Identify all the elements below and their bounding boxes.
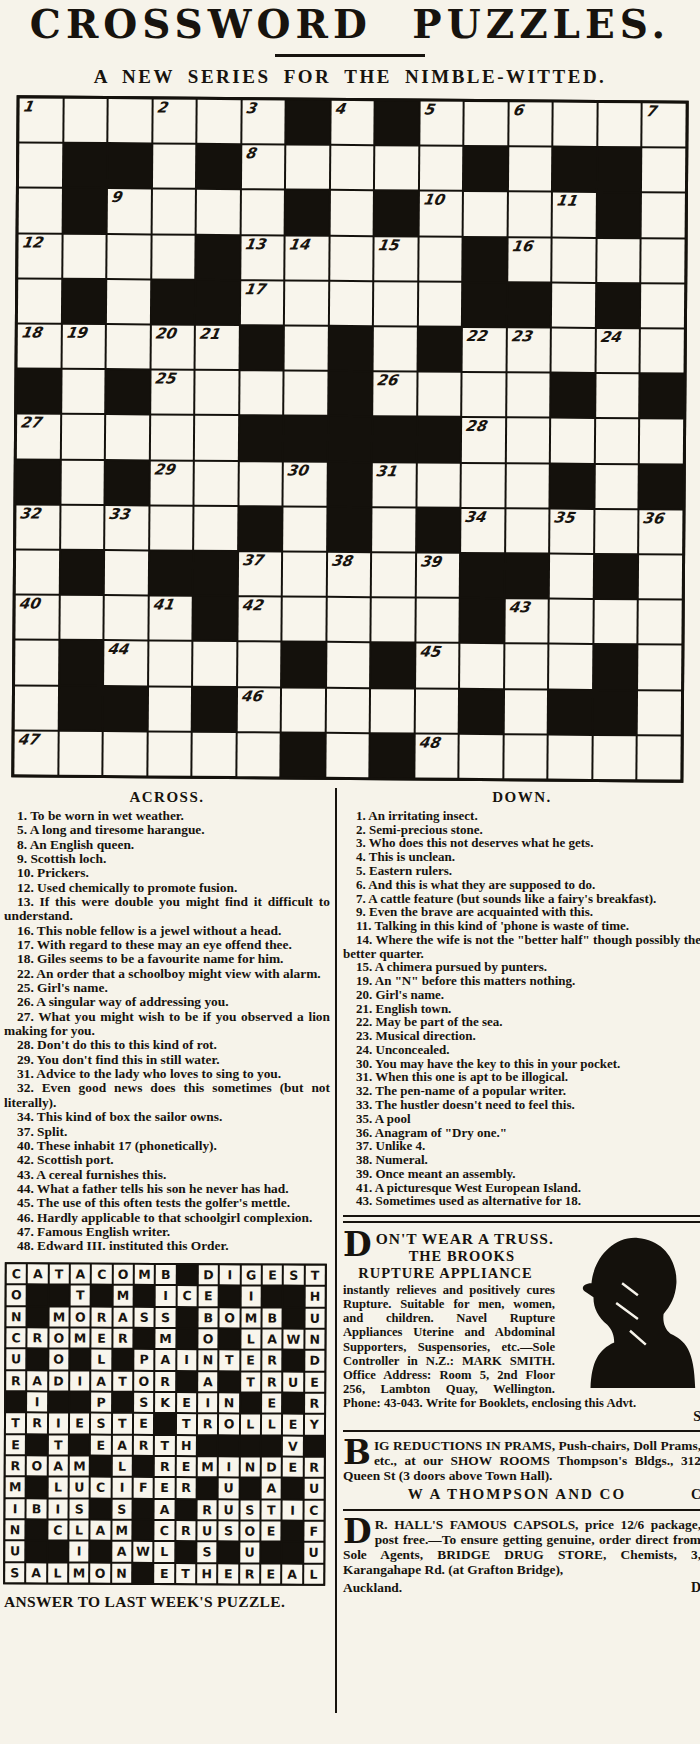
clue-across-29: 29. You don't find this in still water. [4,1053,330,1067]
sol-cell-r5c10: N [198,1350,217,1369]
sol-cell-r6c12: T [241,1372,260,1391]
clue-across-8: 8. An English queen. [4,838,330,852]
solution-letter: O [49,1349,68,1368]
sol-cell-r15c15: L [304,1564,323,1583]
main-cell-r1c13 [554,103,597,147]
sol-cell-r3c5: R [92,1307,111,1326]
sol-cell-r4c11 [220,1329,239,1348]
sol-cell-r3c12: M [241,1308,260,1327]
sol-cell-r2c2 [28,1285,47,1304]
sol-cell-r14c9 [176,1542,195,1561]
sol-cell-r14c12: U [240,1542,259,1561]
ads-top-rule [343,1215,700,1223]
clue-number-20: 20 [153,325,176,342]
ad-capsols-lastline: Auckland. [343,1580,402,1596]
sol-cell-r1c13: E [263,1265,282,1284]
solution-letter: R [198,1499,217,1518]
clue-across-31: 31. Advice to the lady who loves to sing… [4,1067,330,1081]
main-cell-r6c15 [641,329,684,373]
clue-number-48: 48 [417,734,440,751]
main-cell-r2c2 [64,144,107,188]
clue-across-31-number: 31. [17,1066,34,1081]
main-cell-r6c2: 19 [62,325,105,369]
sol-cell-r12c2: B [27,1499,46,1518]
solution-letter: T [262,1500,281,1519]
solution-letter: K [155,1393,174,1412]
clue-number-21: 21 [198,326,221,343]
clue-across-26: 26. A singular way of addressing you. [4,995,330,1009]
main-cell-r8c5 [195,416,238,460]
main-cell-r5c2 [62,279,105,323]
sol-cell-r12c13: T [262,1500,281,1519]
solution-letter: O [49,1328,68,1347]
sol-cell-r6c3: D [49,1371,68,1390]
sol-cell-r11c14 [283,1479,302,1498]
solution-letter: R [262,1350,281,1369]
clue-across-44-number: 44. [17,1181,34,1196]
main-cell-r15c8 [326,734,369,778]
main-cell-r14c2 [59,686,102,730]
clue-number-37: 37 [240,552,263,569]
main-cell-r2c9 [375,146,418,190]
sol-cell-r2c12: I [241,1286,260,1305]
solution-letter: T [49,1264,68,1283]
solution-letter: U [305,1308,324,1327]
sol-cell-r11c4: U [70,1477,89,1496]
solution-letter: U [219,1478,238,1497]
main-cell-r4c7: 14 [285,236,328,280]
main-cell-r12c9 [372,598,415,642]
main-cell-r9c11 [462,463,505,507]
clue-down-22: 22. May be part of the sea. [343,1015,700,1029]
main-cell-r14c11 [460,689,503,733]
solution-letter: U [5,1541,24,1560]
solution-letter: E [134,1414,153,1433]
sol-cell-r5c1: U [6,1349,25,1368]
main-cell-r13c6 [238,642,281,686]
sol-cell-r2c14 [284,1287,303,1306]
sol-cell-r9c3: T [48,1435,67,1454]
clue-down-36-number: 36. [356,1125,372,1140]
main-cell-r8c12 [507,419,550,463]
main-cell-r4c5 [196,235,239,279]
solution-letter: D [49,1371,68,1390]
clue-across-5-number: 5. [17,822,27,837]
ad-truss-sig: S [343,1410,700,1424]
clue-number-30: 30 [286,462,309,479]
sol-cell-r10c8: R [155,1457,174,1476]
main-cell-r15c15 [638,736,681,780]
main-cell-r8c15 [640,420,683,464]
solution-letter: A [26,1563,45,1582]
main-cell-r14c15 [638,691,681,735]
main-cell-r14c12 [505,690,548,734]
sol-cell-r9c8: T [155,1435,174,1454]
down-header: DOWN. [343,789,700,806]
sol-cell-r6c6: T [113,1371,132,1390]
sol-cell-r3c10: B [199,1307,218,1326]
solution-letter: E [155,1478,174,1497]
solution-letter: A [262,1478,281,1497]
main-cell-r3c7 [286,191,329,235]
solution-letter: C [92,1264,111,1283]
main-cell-r6c6 [240,326,283,370]
clue-down-6: 6. And this is what they are supposed to… [343,878,700,892]
main-cell-r2c10 [420,147,463,191]
sol-cell-r12c15: C [304,1500,323,1519]
clue-number-3: 3 [244,100,257,117]
main-grid: 1234567891011121314151617181920212223242… [11,95,688,782]
main-cell-r13c4 [149,642,192,686]
solution-letter: E [241,1350,260,1369]
main-cell-r14c9 [371,689,414,733]
clue-across-37: 37. Split. [4,1125,330,1139]
sol-cell-r5c7: P [134,1350,153,1369]
solution-letter: T [305,1265,324,1284]
sol-cell-r13c4: L [69,1520,88,1539]
sol-cell-r9c2 [27,1435,46,1454]
sol-cell-r5c12: E [241,1350,260,1369]
solution-caption: ANSWER TO LAST WEEK'S PUZZLE. [4,1593,330,1611]
main-cell-r8c3 [106,415,149,459]
sol-cell-r4c14: W [284,1329,303,1348]
sol-cell-r8c7: E [134,1414,153,1433]
sol-cell-r15c12: R [240,1564,259,1583]
clue-down-14-number: 14. [356,932,372,947]
main-cell-r1c1: 1 [19,98,62,142]
clue-down-31-number: 31. [356,1069,372,1084]
main-cell-r15c5 [192,733,235,777]
main-cell-r10c8 [328,508,371,552]
solution-letter: S [112,1499,131,1518]
sol-cell-r9c11 [219,1436,238,1455]
sol-cell-r8c1: T [6,1413,25,1432]
main-cell-r3c2 [63,189,106,233]
main-cell-r5c1 [18,279,61,323]
solution-letter: E [263,1265,282,1284]
main-cell-r12c12: 43 [505,599,548,643]
sol-cell-r15c8: E [154,1563,173,1582]
clue-down-19-number: 19. [356,973,372,988]
main-cell-r11c14 [595,555,638,599]
clue-number-41: 41 [151,597,174,614]
clue-across-40: 40. These inhabit 17 (phonetically). [4,1139,330,1153]
ad-truss-line3: RUPTURE APPLIANCE [343,1265,548,1282]
sol-cell-r14c10: S [197,1542,216,1561]
main-cell-r11c3 [105,551,148,595]
main-cell-r5c3 [107,280,150,324]
clue-number-34: 34 [463,509,486,526]
sol-cell-r5c6 [113,1350,132,1369]
main-cell-r10c3: 33 [105,506,148,550]
sol-cell-r8c10: R [198,1414,217,1433]
main-cell-r14c8 [326,688,369,732]
sol-cell-r1c8: B [156,1265,175,1284]
sol-cell-r14c8: L [155,1542,174,1561]
main-cell-r6c8 [329,327,372,371]
main-cell-r9c8 [328,462,371,506]
clue-number-11: 11 [555,193,578,210]
solution-letter: M [69,1563,88,1582]
main-cell-r3c5 [197,190,240,234]
sol-cell-r4c7 [134,1328,153,1347]
solution-letter: N [198,1350,217,1369]
sol-cell-r8c3: I [49,1413,68,1432]
clue-number-46: 46 [239,688,262,705]
sol-cell-r15c7 [133,1563,152,1582]
sol-cell-r13c5: A [91,1520,110,1539]
main-cell-r7c1 [17,370,60,414]
main-cell-r12c13 [550,600,593,644]
sol-cell-r6c4: I [70,1371,89,1390]
main-cell-r9c1 [16,460,59,504]
down-column: DOWN. 1. An irritating insect.2. Semi-pr… [337,788,700,1713]
clue-across-8-number: 8. [17,837,27,852]
main-cell-r1c2 [64,99,107,143]
sol-cell-r6c11 [220,1372,239,1391]
sol-cell-r2c4: T [71,1285,90,1304]
solution-letter: E [305,1372,324,1391]
solution-letter: R [155,1457,174,1476]
clue-number-23: 23 [509,328,532,345]
sol-cell-r7c5: P [91,1392,110,1411]
ad-rule-2 [343,1509,700,1511]
across-column: ACROSS. 1. To be worn in wet weather.5. … [4,788,335,1713]
main-cell-r10c10 [417,508,460,552]
clue-across-1: 1. To be worn in wet weather. [4,809,330,823]
sol-cell-r4c2: R [28,1328,47,1347]
sol-cell-r7c14 [283,1393,302,1412]
main-cell-r4c14 [597,238,640,282]
solution-letter: E [6,1434,25,1453]
sol-cell-r8c5: S [91,1414,110,1433]
clue-number-1: 1 [21,98,34,115]
main-cell-r1c5 [197,100,240,144]
sol-cell-r8c15: Y [305,1415,324,1434]
sol-cell-r2c10: E [199,1286,218,1305]
main-cell-r11c2 [60,551,103,595]
main-cell-r2c8 [331,146,374,190]
main-cell-r15c11 [460,735,503,779]
solution-letter: E [176,1457,195,1476]
main-cell-r12c2 [60,596,103,640]
clue-down-38-number: 38. [356,1152,372,1167]
sol-cell-r15c9: T [176,1563,195,1582]
solution-letter: W [284,1329,303,1348]
main-cell-r3c13: 11 [553,193,596,237]
clue-across-22: 22. An order that a schoolboy might view… [4,967,330,981]
clue-across-10-number: 10. [17,865,34,880]
clue-down-43-number: 43. [356,1193,372,1208]
solution-letter: I [27,1392,46,1411]
clue-across-12: 12. Used chemically to promote fusion. [4,881,330,895]
main-cell-r1c8: 4 [331,101,374,145]
main-cell-r9c7: 30 [284,462,327,506]
solution-letter: H [305,1287,324,1306]
solution-letter: E [261,1521,280,1540]
main-cell-r15c9 [371,734,414,778]
sol-cell-r9c15 [304,1436,323,1455]
sol-cell-r9c12 [240,1436,259,1455]
main-cell-r4c4 [152,235,195,279]
main-cell-r2c7 [286,146,329,190]
sol-cell-r1c11: I [220,1265,239,1284]
sol-cell-r8c9: T [177,1414,196,1433]
sol-cell-r7c1 [6,1392,25,1411]
clue-down-32-number: 32. [356,1083,372,1098]
clue-number-35: 35 [552,509,575,526]
solution-letter: R [113,1328,132,1347]
sol-cell-r7c4 [70,1392,89,1411]
sol-cell-r11c13: A [262,1478,281,1497]
main-cell-r5c9 [374,282,417,326]
main-cell-r2c12 [509,147,552,191]
sol-cell-r2c11 [220,1286,239,1305]
main-cell-r1c14 [598,103,641,147]
clue-down-5-number: 5. [356,863,366,878]
solution-letter: C [6,1328,25,1347]
sol-cell-r12c10: R [198,1499,217,1518]
solution-letter: T [177,1414,196,1433]
clue-down-24: 24. Unconcealed. [343,1043,700,1057]
sol-cell-r2c15: H [305,1287,324,1306]
sol-cell-r15c11: E [218,1564,237,1583]
solution-letter: E [154,1563,173,1582]
clue-number-12: 12 [20,234,43,251]
clue-across-16: 16. This noble fellow is a jewel without… [4,924,330,938]
clue-number-2: 2 [155,99,168,116]
main-cell-r8c8 [329,417,372,461]
solution-letter: F [134,1478,153,1497]
main-cell-r2c4 [153,145,196,189]
main-cell-r3c8 [330,191,373,235]
solution-letter: E [261,1564,280,1583]
across-header: ACROSS. [4,789,330,806]
main-cell-r15c1: 47 [14,731,57,775]
clue-number-39: 39 [419,553,442,570]
sol-cell-r4c9 [177,1329,196,1348]
clue-across-34-number: 34. [17,1109,34,1124]
sol-cell-r12c12: S [240,1500,259,1519]
clue-across-48: 48. Edward III. instituted this Order. [4,1239,330,1253]
main-cell-r10c5 [194,507,237,551]
sol-cell-r11c7: F [134,1478,153,1497]
clue-down-7: 7. A cattle feature (but sounds like a f… [343,892,700,906]
sol-cell-r10c10: M [198,1457,217,1476]
solution-letter: L [48,1563,67,1582]
solution-letter: M [70,1456,89,1475]
clue-across-9-number: 9. [17,851,27,866]
solution-letter: I [69,1541,88,1560]
sol-cell-r2c7 [135,1286,154,1305]
main-cell-r4c13 [553,238,596,282]
sol-cell-r8c13: L [262,1414,281,1433]
main-cell-r13c11 [460,644,503,688]
main-cell-r9c2 [61,460,104,504]
main-cell-r15c7 [282,733,325,777]
main-cell-r3c6 [241,190,284,234]
solution-letter: R [134,1435,153,1454]
sol-cell-r3c3: M [49,1307,68,1326]
solution-letter: R [27,1413,46,1432]
man-head-silhouette-image [559,1232,700,1390]
clue-across-27: 27. What you might wish to be if you obs… [4,1010,330,1039]
sol-cell-r4c8: M [156,1329,175,1348]
sol-cell-r5c2 [28,1349,47,1368]
main-cell-r7c10 [418,373,461,417]
sol-cell-r11c2 [27,1477,46,1496]
sol-cell-r11c12 [240,1478,259,1497]
main-cell-r11c8: 38 [327,553,370,597]
ad-capsols-dropcap: D [343,1517,375,1545]
solution-letter: S [284,1265,303,1284]
solution-letter: O [219,1414,238,1433]
sol-cell-r3c15: U [305,1308,324,1327]
solution-letter: T [176,1563,195,1582]
sol-cell-r12c7 [134,1499,153,1518]
sol-cell-r10c15: R [304,1457,323,1476]
clue-down-30: 30. You may have the key to this in your… [343,1057,700,1071]
clue-across-25: 25. Girl's name. [4,981,330,995]
main-cell-r12c14 [594,600,637,644]
sol-cell-r5c13: R [262,1350,281,1369]
main-cell-r14c4 [148,687,191,731]
main-cell-r13c15 [638,646,681,690]
main-cell-r5c7 [285,281,328,325]
main-cell-r5c12 [508,283,551,327]
sol-cell-r6c10: A [198,1371,217,1390]
main-cell-r14c14 [594,690,637,734]
solution-letter: N [7,1306,26,1325]
clue-across-45-number: 45. [17,1195,34,1210]
sol-cell-r7c15: R [305,1393,324,1412]
solution-letter: N [240,1457,259,1476]
solution-letter: T [113,1414,132,1433]
solution-letter: L [262,1414,281,1433]
sol-cell-r1c1: C [7,1264,26,1283]
solution-letter: E [218,1564,237,1583]
clue-down-15-number: 15. [356,959,372,974]
sol-cell-r8c2: R [27,1413,46,1432]
sol-cell-r15c6: N [112,1563,131,1582]
main-cell-r7c3 [106,370,149,414]
solution-letter: U [304,1479,323,1498]
main-cell-r8c4 [150,416,193,460]
main-cell-r11c9 [372,553,415,597]
main-cell-r2c14 [598,148,641,192]
main-cell-r8c14 [596,419,639,463]
ad-prams-sig: C [691,1488,700,1502]
main-cell-r9c9: 31 [373,463,416,507]
sol-cell-r1c9 [177,1265,196,1284]
sol-cell-r12c5 [91,1499,110,1518]
sol-cell-r14c15: U [304,1543,323,1562]
sol-cell-r8c14: E [283,1415,302,1434]
solution-letter: I [6,1498,25,1517]
solution-letter: S [156,1307,175,1326]
clue-number-36: 36 [642,510,665,527]
clue-down-21: 21. English town. [343,1002,700,1016]
main-cell-r6c14: 24 [596,329,639,373]
clue-down-24-number: 24. [356,1042,372,1057]
sol-cell-r13c1: N [5,1520,24,1539]
clue-down-6-number: 6. [356,877,366,892]
clue-number-4: 4 [333,101,346,118]
solution-letter: N [305,1329,324,1348]
main-cell-r2c6: 8 [242,145,285,189]
main-cell-r11c6: 37 [238,552,281,596]
solution-letter: S [197,1542,216,1561]
